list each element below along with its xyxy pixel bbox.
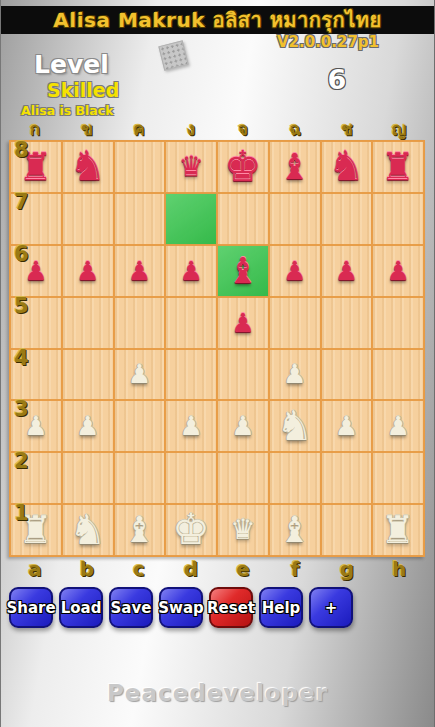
makruk-board: 8♜♞♛♚♝♞♜76♟♟♟♟♝♟♟♟5♟4♟♟3♟♟♟♟♞♟♟21♜♞♝♚♛♝♜ [9,140,425,557]
thai-file-labels-row: กขคงจฉชญ [9,115,425,142]
square-h3[interactable]: ♟ [372,400,424,452]
rank-label-7: 7 [14,191,29,214]
square-e6[interactable]: ♝ [217,245,269,297]
reset-button[interactable]: Reset [209,587,253,628]
square-f6[interactable]: ♟ [269,245,321,297]
square-b6[interactable]: ♟ [62,245,114,297]
rank-label-1: 1 [14,502,29,525]
app-screen: Alisa Makruk อลิสา หมากรุกไทย V2.0.0.27p… [0,0,435,727]
square-f7[interactable] [269,193,321,245]
square-c3[interactable] [114,400,166,452]
rank-label-4: 4 [14,347,29,370]
square-c1[interactable]: ♝ [114,504,166,556]
square-b3[interactable]: ♟ [62,400,114,452]
level-value[interactable]: Skilled [47,79,119,101]
thai-file-label-ค: ค [113,115,165,142]
square-b4[interactable] [62,349,114,401]
toolbar: ShareLoadSaveSwapResetHelp+ [9,587,353,628]
piece-white-bia[interactable]: ♟ [386,413,409,439]
square-h2[interactable] [372,452,424,504]
square-g5[interactable] [321,297,373,349]
piece-red-bia[interactable]: ♟ [335,258,358,284]
square-f4[interactable]: ♟ [269,349,321,401]
piece-red-khon[interactable]: ♝ [227,253,259,289]
piece-red-met[interactable]: ♛ [179,153,204,181]
rank-label-8: 8 [14,139,29,162]
thai-file-label-จ: จ [217,115,269,142]
square-c5[interactable] [114,297,166,349]
title-bar: Alisa Makruk อลิสา หมากรุกไทย [1,6,434,34]
square-c7[interactable] [114,193,166,245]
square-g7[interactable] [321,193,373,245]
square-a4[interactable]: 4 [10,349,62,401]
move-counter: 6 [319,64,355,95]
square-b2[interactable] [62,452,114,504]
rank-label-6: 6 [14,243,29,266]
file-label-a: a [9,557,61,581]
piece-red-bia[interactable]: ♟ [283,258,306,284]
square-e8[interactable]: ♚ [217,141,269,193]
version-text: V2.0.0.27p1 [273,33,383,51]
square-b7[interactable] [62,193,114,245]
square-e3[interactable]: ♟ [217,400,269,452]
file-label-d: d [165,557,217,581]
thai-file-label-ข: ข [61,115,113,142]
thai-file-label-ฉ: ฉ [269,115,321,142]
piece-white-khun[interactable]: ♚ [172,509,210,551]
dice-icon [158,40,188,70]
square-f8[interactable]: ♝ [269,141,321,193]
square-e7[interactable] [217,193,269,245]
load-button[interactable]: Load [59,587,103,628]
square-g4[interactable] [321,349,373,401]
rank-label-5: 5 [14,295,29,318]
square-g6[interactable]: ♟ [321,245,373,297]
square-c4[interactable]: ♟ [114,349,166,401]
square-b1[interactable]: ♞ [62,504,114,556]
piece-red-khon[interactable]: ♝ [278,149,310,185]
square-a3[interactable]: 3♟ [10,400,62,452]
piece-red-knight[interactable]: ♞ [69,146,106,187]
piece-white-khon[interactable]: ♝ [278,512,310,548]
square-e1[interactable]: ♛ [217,504,269,556]
square-c2[interactable] [114,452,166,504]
file-label-f: f [269,557,321,581]
square-a6[interactable]: 6♟ [10,245,62,297]
square-f5[interactable] [269,297,321,349]
file-label-h: h [373,557,425,581]
swap-button[interactable]: Swap [159,587,203,628]
file-label-b: b [61,557,113,581]
square-a5[interactable]: 5 [10,297,62,349]
app-title: Alisa Makruk อลิสา หมากรุกไทย [53,4,381,36]
square-d1[interactable]: ♚ [165,504,217,556]
square-d7[interactable] [165,193,217,245]
save-button[interactable]: Save [109,587,153,628]
square-g8[interactable]: ♞ [321,141,373,193]
square-g3[interactable]: ♟ [321,400,373,452]
help-button[interactable]: Help [259,587,303,628]
piece-white-bia[interactable]: ♟ [128,361,151,387]
piece-red-bia[interactable]: ♟ [386,258,409,284]
square-d5[interactable] [165,297,217,349]
square-a7[interactable]: 7 [10,193,62,245]
thai-file-label-ช: ช [321,115,373,142]
square-h1[interactable]: ♜ [372,504,424,556]
piece-white-met[interactable]: ♛ [230,516,255,544]
square-a2[interactable]: 2 [10,452,62,504]
square-a1[interactable]: 1♜ [10,504,62,556]
square-f2[interactable] [269,452,321,504]
square-d4[interactable] [165,349,217,401]
square-e2[interactable] [217,452,269,504]
piece-red-bia[interactable]: ♟ [231,310,254,336]
rank-label-3: 3 [14,398,29,421]
piece-white-bia[interactable]: ♟ [179,413,202,439]
square-d3[interactable]: ♟ [165,400,217,452]
square-h7[interactable] [372,193,424,245]
square-a8[interactable]: 8♜ [10,141,62,193]
share-button[interactable]: Share [9,587,53,628]
square-e4[interactable] [217,349,269,401]
piece-white-khon[interactable]: ♝ [123,512,155,548]
square-g1[interactable] [321,504,373,556]
piece-white-bia[interactable]: ♟ [283,361,306,387]
square-h8[interactable]: ♜ [372,141,424,193]
square-d8[interactable]: ♛ [165,141,217,193]
square-h5[interactable] [372,297,424,349]
square-c6[interactable]: ♟ [114,245,166,297]
piece-red-bia[interactable]: ♟ [76,258,99,284]
square-h6[interactable]: ♟ [372,245,424,297]
piece-red-rook[interactable]: ♜ [381,148,415,186]
level-label: Level [34,50,109,79]
square-f3[interactable]: ♞ [269,400,321,452]
thai-file-label-ง: ง [165,115,217,142]
square-d6[interactable]: ♟ [165,245,217,297]
thai-file-label-ญ: ญ [373,115,425,142]
square-d2[interactable] [165,452,217,504]
piece-white-knight[interactable]: ♞ [69,510,106,551]
file-label-c: c [113,557,165,581]
square-g2[interactable] [321,452,373,504]
piece-red-bia[interactable]: ♟ [128,258,151,284]
square-b5[interactable] [62,297,114,349]
file-labels-row: abcdefgh [9,557,425,581]
square-e5[interactable]: ♟ [217,297,269,349]
rank-label-2: 2 [14,450,29,473]
square-c8[interactable] [114,141,166,193]
piece-white-bia[interactable]: ♟ [231,413,254,439]
piece-white-bia[interactable]: ♟ [335,413,358,439]
square-h4[interactable] [372,349,424,401]
piece-white-bia[interactable]: ♟ [76,413,99,439]
piece-red-bia[interactable]: ♟ [179,258,202,284]
piece-white-rook[interactable]: ♜ [381,511,415,549]
plus-button[interactable]: + [309,587,353,628]
file-label-e: e [217,557,269,581]
piece-white-knight[interactable]: ♞ [276,406,313,447]
square-b8[interactable]: ♞ [62,141,114,193]
file-label-g: g [321,557,373,581]
piece-red-knight[interactable]: ♞ [328,146,365,187]
square-f1[interactable]: ♝ [269,504,321,556]
piece-red-khun[interactable]: ♚ [224,146,262,188]
watermark-text: Peacedeveloper [1,680,434,706]
